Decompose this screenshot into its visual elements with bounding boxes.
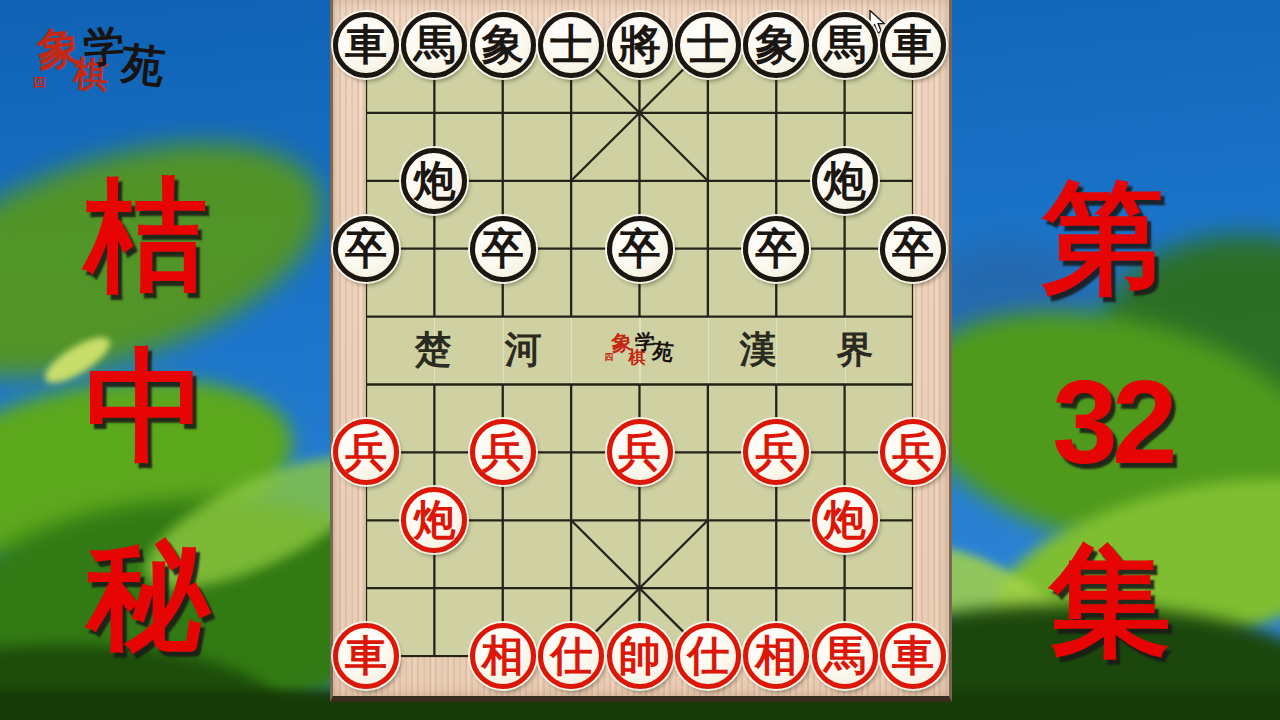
river-label-3: 漢 xyxy=(740,325,777,375)
piece-black-chariot[interactable]: 車 xyxy=(333,12,399,78)
piece-red-soldier[interactable]: 兵 xyxy=(743,419,809,485)
river-logo-mark: 四 xyxy=(605,351,614,364)
piece-red-horse[interactable]: 馬 xyxy=(812,623,878,689)
logo-char-yuan: 苑 xyxy=(119,35,168,97)
piece-red-elephant[interactable]: 相 xyxy=(470,623,536,689)
piece-black-elephant[interactable]: 象 xyxy=(470,12,536,78)
river-logo-yuan: 苑 xyxy=(651,337,675,367)
piece-black-horse[interactable]: 馬 xyxy=(401,12,467,78)
piece-black-advisor[interactable]: 士 xyxy=(675,12,741,78)
piece-red-cannon[interactable]: 炮 xyxy=(812,487,878,553)
right-title-char-1: 第 xyxy=(1042,158,1164,322)
logo-mark: 四 xyxy=(33,74,46,92)
left-title-char-3: 秘 xyxy=(87,515,209,679)
piece-black-cannon[interactable]: 炮 xyxy=(812,148,878,214)
piece-red-chariot[interactable]: 車 xyxy=(333,623,399,689)
piece-red-cannon[interactable]: 炮 xyxy=(401,487,467,553)
piece-red-chariot[interactable]: 車 xyxy=(880,623,946,689)
piece-red-soldier[interactable]: 兵 xyxy=(880,419,946,485)
piece-black-cannon[interactable]: 炮 xyxy=(401,148,467,214)
right-title-char-3: 集 xyxy=(1049,521,1171,685)
left-title-char-1: 桔 xyxy=(85,155,207,319)
piece-black-general[interactable]: 將 xyxy=(607,12,673,78)
piece-red-advisor[interactable]: 仕 xyxy=(675,623,741,689)
piece-black-soldier[interactable]: 卒 xyxy=(880,216,946,282)
piece-red-general[interactable]: 帥 xyxy=(607,623,673,689)
piece-black-horse[interactable]: 馬 xyxy=(812,12,878,78)
river-label-4: 界 xyxy=(837,325,874,375)
river-label-2: 河 xyxy=(505,325,542,375)
piece-black-soldier[interactable]: 卒 xyxy=(333,216,399,282)
piece-black-soldier[interactable]: 卒 xyxy=(743,216,809,282)
left-title-char-2: 中 xyxy=(85,326,207,490)
logo-char-xue: 学 xyxy=(82,18,127,76)
piece-black-soldier[interactable]: 卒 xyxy=(470,216,536,282)
piece-black-chariot[interactable]: 車 xyxy=(880,12,946,78)
piece-red-soldier[interactable]: 兵 xyxy=(333,419,399,485)
right-title-episode-number: 32 xyxy=(1052,354,1171,490)
board-field: 象 棋 学 苑 四 楚河漢界 xyxy=(366,45,913,657)
xiangqi-board[interactable]: 象 棋 学 苑 四 楚河漢界 xyxy=(330,0,952,702)
river-label-1: 楚 xyxy=(415,325,452,375)
piece-black-soldier[interactable]: 卒 xyxy=(607,216,673,282)
piece-black-elephant[interactable]: 象 xyxy=(743,12,809,78)
piece-red-soldier[interactable]: 兵 xyxy=(470,419,536,485)
piece-red-advisor[interactable]: 仕 xyxy=(538,623,604,689)
stage: 象 棋 学 苑 四 象 棋 学 苑 四 楚河漢界 桔 中 秘 第 32 集 xyxy=(0,0,1280,720)
piece-red-soldier[interactable]: 兵 xyxy=(607,419,673,485)
piece-red-elephant[interactable]: 相 xyxy=(743,623,809,689)
piece-black-advisor[interactable]: 士 xyxy=(538,12,604,78)
